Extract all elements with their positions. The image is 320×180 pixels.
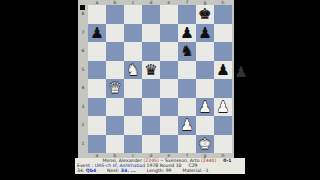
square-h5[interactable]: ♟ (214, 61, 232, 80)
square-h6[interactable] (214, 42, 232, 61)
square-d2[interactable] (142, 116, 160, 135)
square-b7[interactable] (106, 24, 124, 43)
black-pawn[interactable]: ♟ (178, 24, 196, 43)
square-f4[interactable] (178, 79, 196, 98)
square-g6[interactable] (196, 42, 214, 61)
square-h1[interactable] (214, 135, 232, 154)
rank-label-5: 5 (78, 61, 88, 80)
square-f1[interactable] (178, 135, 196, 154)
square-f2[interactable]: ♟ (178, 116, 196, 135)
square-h2[interactable] (214, 116, 232, 135)
move-line: 34. Qb4 Next: 34. ... Length: 99 Materia… (75, 168, 245, 173)
square-a6[interactable] (88, 42, 106, 61)
white-king[interactable]: ♚ (196, 135, 214, 154)
square-d1[interactable] (142, 135, 160, 154)
square-d8[interactable] (142, 5, 160, 24)
move-number: 34. (77, 168, 84, 173)
square-e2[interactable] (160, 116, 178, 135)
side-to-move-indicator (80, 5, 85, 10)
chess-gui-panel: abcdefgh 87654321 ♚♟♟♟♞♞♛♟♛♟♟♟♚ abcdefgh (78, 0, 234, 158)
square-b3[interactable] (106, 98, 124, 117)
square-d7[interactable] (142, 24, 160, 43)
square-g7[interactable]: ♟ (196, 24, 214, 43)
square-c8[interactable] (124, 5, 142, 24)
square-g1[interactable]: ♚ (196, 135, 214, 154)
square-b5[interactable] (106, 61, 124, 80)
square-e7[interactable] (160, 24, 178, 43)
white-pawn[interactable]: ♟ (196, 98, 214, 117)
square-a7[interactable]: ♟ (88, 24, 106, 43)
square-f8[interactable] (178, 5, 196, 24)
game-result: 0-1 (223, 158, 231, 163)
black-queen[interactable]: ♛ (142, 61, 160, 80)
video-frame: abcdefgh 87654321 ♚♟♟♟♞♞♛♟♛♟♟♟♚ abcdefgh… (0, 0, 320, 180)
square-c2[interactable] (124, 116, 142, 135)
square-b1[interactable] (106, 135, 124, 154)
white-queen[interactable]: ♛ (106, 79, 124, 98)
square-g2[interactable] (196, 116, 214, 135)
square-c5[interactable]: ♞ (124, 61, 142, 80)
square-f3[interactable] (178, 98, 196, 117)
square-h4[interactable] (214, 79, 232, 98)
game-caption: Mensi, Alexander (2245) -- Svensson, Art… (75, 158, 245, 174)
square-a3[interactable] (88, 98, 106, 117)
white-knight[interactable]: ♞ (124, 61, 142, 80)
material-label: Material: (182, 168, 202, 173)
square-c3[interactable] (124, 98, 142, 117)
square-e4[interactable] (160, 79, 178, 98)
square-d5[interactable]: ♛ (142, 61, 160, 80)
square-e6[interactable] (160, 42, 178, 61)
square-f7[interactable]: ♟ (178, 24, 196, 43)
rank-label-7: 7 (78, 24, 88, 43)
white-pawn[interactable]: ♟ (214, 98, 232, 117)
square-b8[interactable] (106, 5, 124, 24)
black-knight[interactable]: ♞ (178, 42, 196, 61)
black-pawn[interactable]: ♟ (196, 24, 214, 43)
square-g3[interactable]: ♟ (196, 98, 214, 117)
square-c1[interactable] (124, 135, 142, 154)
square-g5[interactable] (196, 61, 214, 80)
rank-label-3: 3 (78, 98, 88, 117)
square-b4[interactable]: ♛ (106, 79, 124, 98)
square-a4[interactable] (88, 79, 106, 98)
square-e1[interactable] (160, 135, 178, 154)
rank-label-1: 1 (78, 135, 88, 154)
square-h3[interactable]: ♟ (214, 98, 232, 117)
square-a1[interactable] (88, 135, 106, 154)
square-g8[interactable]: ♚ (196, 5, 214, 24)
square-c6[interactable] (124, 42, 142, 61)
black-pawn[interactable]: ♟ (214, 61, 232, 80)
white-pawn[interactable]: ♟ (178, 116, 196, 135)
square-e8[interactable] (160, 5, 178, 24)
square-c4[interactable] (124, 79, 142, 98)
square-a2[interactable] (88, 116, 106, 135)
black-pawn[interactable]: ♟ (88, 24, 106, 43)
length-label: Length: (147, 168, 164, 173)
rank-labels-left: 87654321 (78, 5, 88, 153)
square-f5[interactable] (178, 61, 196, 80)
square-e3[interactable] (160, 98, 178, 117)
next-move: 34. ... (121, 168, 136, 173)
square-a8[interactable] (88, 5, 106, 24)
square-d6[interactable] (142, 42, 160, 61)
square-f6[interactable]: ♞ (178, 42, 196, 61)
black-rating: (2440) (201, 158, 216, 163)
black-king[interactable]: ♚ (196, 5, 214, 24)
rank-label-2: 2 (78, 116, 88, 135)
square-b2[interactable] (106, 116, 124, 135)
length-value: 99 (166, 168, 172, 173)
square-d4[interactable] (142, 79, 160, 98)
square-g4[interactable] (196, 79, 214, 98)
last-move[interactable]: Qb4 (86, 168, 96, 173)
material-indicator-pawn-icon: ♟ (234, 63, 248, 81)
square-h7[interactable] (214, 24, 232, 43)
square-a5[interactable] (88, 61, 106, 80)
square-b6[interactable] (106, 42, 124, 61)
square-c7[interactable] (124, 24, 142, 43)
square-h8[interactable] (214, 5, 232, 24)
rank-label-6: 6 (78, 42, 88, 61)
square-e5[interactable] (160, 61, 178, 80)
chess-board[interactable]: ♚♟♟♟♞♞♛♟♛♟♟♟♚ (88, 5, 232, 153)
square-d3[interactable] (142, 98, 160, 117)
next-label: Next: (107, 168, 119, 173)
material-value: -1 (204, 168, 209, 173)
rank-label-4: 4 (78, 79, 88, 98)
